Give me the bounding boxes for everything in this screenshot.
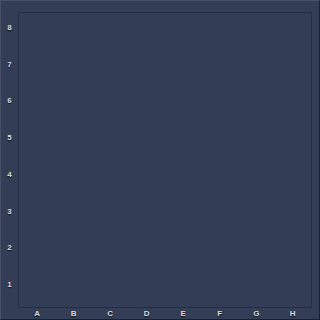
file-label-e: E [181, 309, 186, 318]
rank-label-7: 7 [0, 50, 19, 87]
chess-diagram: 87654321 ABCDEFGH [0, 0, 320, 320]
rank-labels: 87654321 [0, 13, 19, 307]
rank-label-8: 8 [0, 13, 19, 50]
file-label-f: F [217, 309, 222, 318]
file-label-c: C [107, 309, 113, 318]
rank-label-6: 6 [0, 87, 19, 124]
rank-label-1: 1 [0, 270, 19, 307]
rank-label-4: 4 [0, 160, 19, 197]
file-label-a: A [34, 309, 40, 318]
file-label-d: D [144, 309, 150, 318]
chess-board [19, 13, 311, 307]
rank-label-3: 3 [0, 197, 19, 234]
rank-label-2: 2 [0, 234, 19, 271]
rank-label-5: 5 [0, 123, 19, 160]
file-label-g: G [253, 309, 259, 318]
file-labels: ABCDEFGH [19, 307, 311, 320]
file-label-h: H [290, 309, 296, 318]
file-label-b: B [71, 309, 77, 318]
